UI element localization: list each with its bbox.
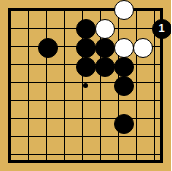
intersection — [152, 76, 171, 95]
star-point — [83, 83, 88, 88]
intersection — [19, 38, 38, 57]
intersection — [133, 152, 152, 171]
intersection — [0, 0, 19, 19]
intersection — [0, 76, 19, 95]
intersection — [114, 95, 133, 114]
intersection — [133, 95, 152, 114]
intersection — [114, 152, 133, 171]
intersection — [57, 114, 76, 133]
intersection — [38, 95, 57, 114]
intersection — [57, 152, 76, 171]
intersection — [114, 133, 133, 152]
intersection — [114, 38, 133, 57]
intersection — [19, 133, 38, 152]
intersection — [95, 114, 114, 133]
intersection — [95, 76, 114, 95]
intersection — [19, 152, 38, 171]
intersection — [114, 19, 133, 38]
black-stone — [95, 57, 115, 77]
intersection — [38, 76, 57, 95]
intersection — [95, 95, 114, 114]
intersection — [0, 19, 19, 38]
intersection — [76, 114, 95, 133]
intersection — [57, 38, 76, 57]
white-stone — [95, 19, 115, 39]
intersection — [19, 76, 38, 95]
intersection — [95, 38, 114, 57]
intersection — [57, 76, 76, 95]
black-stone — [76, 19, 96, 39]
intersection — [76, 57, 95, 76]
intersection — [133, 57, 152, 76]
intersection — [19, 19, 38, 38]
intersection — [133, 0, 152, 19]
black-stone — [76, 57, 96, 77]
intersection — [0, 95, 19, 114]
intersection — [133, 133, 152, 152]
go-board: 1 — [0, 0, 171, 171]
intersection — [19, 95, 38, 114]
intersection — [114, 114, 133, 133]
intersection — [95, 57, 114, 76]
intersection — [133, 19, 152, 38]
black-stone — [114, 76, 134, 96]
intersection — [76, 152, 95, 171]
intersection — [76, 38, 95, 57]
black-stone — [114, 114, 134, 134]
intersection — [38, 57, 57, 76]
intersection — [0, 133, 19, 152]
go-board-diagram: 1 — [0, 0, 171, 171]
numbered-black-stone: 1 — [152, 19, 172, 39]
intersection — [152, 152, 171, 171]
black-stone — [95, 38, 115, 58]
black-stone — [114, 57, 134, 77]
white-stone — [114, 38, 134, 58]
intersection — [152, 57, 171, 76]
intersection — [133, 76, 152, 95]
intersection — [76, 0, 95, 19]
intersection: 1 — [152, 19, 171, 38]
intersection — [0, 38, 19, 57]
intersection — [114, 76, 133, 95]
intersection — [19, 114, 38, 133]
intersection — [57, 57, 76, 76]
intersection — [38, 38, 57, 57]
intersection — [152, 95, 171, 114]
intersection — [0, 114, 19, 133]
intersection — [133, 114, 152, 133]
intersection — [38, 133, 57, 152]
intersection — [57, 95, 76, 114]
intersection — [19, 0, 38, 19]
intersection — [152, 38, 171, 57]
intersection — [0, 152, 19, 171]
intersection — [76, 76, 95, 95]
intersection — [114, 57, 133, 76]
intersection — [76, 95, 95, 114]
intersection — [57, 19, 76, 38]
intersection — [0, 57, 19, 76]
intersection — [152, 114, 171, 133]
intersection — [95, 133, 114, 152]
intersection — [152, 0, 171, 19]
white-stone — [114, 0, 134, 20]
intersection — [57, 0, 76, 19]
intersection — [95, 152, 114, 171]
intersection — [57, 133, 76, 152]
intersection — [38, 19, 57, 38]
intersection — [133, 38, 152, 57]
white-stone — [133, 38, 153, 58]
intersection — [114, 0, 133, 19]
intersection — [95, 19, 114, 38]
intersection — [19, 57, 38, 76]
intersection — [76, 133, 95, 152]
black-stone — [76, 38, 96, 58]
black-stone — [38, 38, 58, 58]
intersection — [95, 0, 114, 19]
intersection — [38, 152, 57, 171]
intersection — [152, 133, 171, 152]
intersection — [38, 0, 57, 19]
intersection — [38, 114, 57, 133]
intersection — [76, 19, 95, 38]
